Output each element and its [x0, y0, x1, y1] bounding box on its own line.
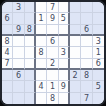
- given-digit: 9: [16, 26, 21, 34]
- cell-r3c7[interactable]: [70, 25, 81, 36]
- cell-r4c7[interactable]: [70, 36, 81, 47]
- given-digit: 7: [84, 95, 89, 103]
- cell-r7c1[interactable]: [2, 70, 13, 81]
- given-digit: 6: [84, 26, 89, 34]
- sudoku-grid: 3761959868634831726628419587: [2, 2, 104, 104]
- given-digit: 7: [50, 4, 55, 12]
- cell-r1c4[interactable]: [36, 2, 47, 13]
- cell-r1c7[interactable]: [70, 2, 81, 13]
- cell-r9c7[interactable]: [70, 93, 81, 104]
- given-digit: 2: [50, 60, 55, 68]
- cell-r6c1[interactable]: 7: [2, 59, 13, 70]
- cell-r8c5[interactable]: 1: [47, 81, 58, 92]
- cell-r4c4[interactable]: [36, 36, 47, 47]
- cell-r4c1[interactable]: 8: [2, 36, 13, 47]
- cell-r8c1[interactable]: [2, 81, 13, 92]
- cell-r6c6[interactable]: [59, 59, 70, 70]
- cell-r7c9[interactable]: [93, 70, 104, 81]
- cell-r7c4[interactable]: [36, 70, 47, 81]
- cell-r7c2[interactable]: 6: [13, 70, 24, 81]
- given-digit: 3: [96, 38, 101, 46]
- cell-r9c9[interactable]: [93, 93, 104, 104]
- cell-r4c9[interactable]: 3: [93, 36, 104, 47]
- given-digit: 6: [5, 15, 10, 23]
- cell-r8c4[interactable]: 4: [36, 81, 47, 92]
- cell-r3c1[interactable]: [2, 25, 13, 36]
- cell-r2c7[interactable]: [70, 13, 81, 24]
- cell-r6c8[interactable]: [81, 59, 92, 70]
- cell-r7c6[interactable]: [59, 70, 70, 81]
- cell-r3c2[interactable]: 9: [13, 25, 24, 36]
- cell-r2c5[interactable]: 9: [47, 13, 58, 24]
- cell-r2c3[interactable]: [25, 13, 36, 24]
- cell-r1c6[interactable]: [59, 2, 70, 13]
- cell-r6c2[interactable]: [13, 59, 24, 70]
- given-digit: 8: [27, 26, 32, 34]
- cell-r6c5[interactable]: 2: [47, 59, 58, 70]
- cell-r2c8[interactable]: [81, 13, 92, 24]
- cell-r1c5[interactable]: 7: [47, 2, 58, 13]
- cell-r5c4[interactable]: 8: [36, 47, 47, 58]
- cell-r6c9[interactable]: 6: [93, 59, 104, 70]
- cell-r4c5[interactable]: 6: [47, 36, 58, 47]
- cell-r3c4[interactable]: [36, 25, 47, 36]
- cell-r5c5[interactable]: [47, 47, 58, 58]
- given-digit: 4: [39, 83, 44, 91]
- cell-r5c9[interactable]: 1: [93, 47, 104, 58]
- cell-r9c1[interactable]: [2, 93, 13, 104]
- cell-r9c5[interactable]: 8: [47, 93, 58, 104]
- cell-r1c1[interactable]: [2, 2, 13, 13]
- given-digit: 6: [16, 72, 21, 80]
- cell-r4c8[interactable]: [81, 36, 92, 47]
- given-digit: 3: [16, 4, 21, 12]
- given-digit: 5: [96, 83, 101, 91]
- cell-r8c3[interactable]: [25, 81, 36, 92]
- cell-r3c9[interactable]: [93, 25, 104, 36]
- given-digit: 4: [5, 49, 10, 57]
- cell-r5c8[interactable]: [81, 47, 92, 58]
- cell-r1c3[interactable]: [25, 2, 36, 13]
- given-digit: 8: [50, 95, 55, 103]
- given-digit: 1: [96, 49, 101, 57]
- cell-r6c4[interactable]: [36, 59, 47, 70]
- given-digit: 5: [61, 15, 66, 23]
- cell-r3c5[interactable]: [47, 25, 58, 36]
- given-digit: 3: [61, 49, 66, 57]
- cell-r3c6[interactable]: [59, 25, 70, 36]
- given-digit: 6: [96, 60, 101, 68]
- cell-r5c2[interactable]: [13, 47, 24, 58]
- given-digit: 9: [61, 83, 66, 91]
- given-digit: 7: [5, 60, 10, 68]
- given-digit: 2: [73, 72, 78, 80]
- cell-r6c7[interactable]: [70, 59, 81, 70]
- cell-r1c2[interactable]: 3: [13, 2, 24, 13]
- cell-r7c8[interactable]: 8: [81, 70, 92, 81]
- sudoku-board: 3761959868634831726628419587: [0, 0, 106, 106]
- cell-r5c7[interactable]: [70, 47, 81, 58]
- cell-r5c3[interactable]: [25, 47, 36, 58]
- cell-r8c2[interactable]: [13, 81, 24, 92]
- cell-r9c2[interactable]: [13, 93, 24, 104]
- cell-r9c4[interactable]: [36, 93, 47, 104]
- cell-r8c9[interactable]: 5: [93, 81, 104, 92]
- given-digit: 8: [84, 72, 89, 80]
- cell-r5c1[interactable]: 4: [2, 47, 13, 58]
- given-digit: 8: [5, 38, 10, 46]
- cell-r4c3[interactable]: [25, 36, 36, 47]
- cell-r9c8[interactable]: 7: [81, 93, 92, 104]
- cell-r2c4[interactable]: 1: [36, 13, 47, 24]
- cell-r3c8[interactable]: 6: [81, 25, 92, 36]
- cell-r4c6[interactable]: [59, 36, 70, 47]
- cell-r2c9[interactable]: [93, 13, 104, 24]
- cell-r9c3[interactable]: [25, 93, 36, 104]
- sudoku-app-window: 3761959868634831726628419587: [0, 0, 106, 106]
- cell-r6c3[interactable]: [25, 59, 36, 70]
- cell-r2c1[interactable]: 6: [2, 13, 13, 24]
- cell-r2c6[interactable]: 5: [59, 13, 70, 24]
- cell-r3c3[interactable]: 8: [25, 25, 36, 36]
- cell-r1c9[interactable]: [93, 2, 104, 13]
- cell-r7c7[interactable]: 2: [70, 70, 81, 81]
- cell-r4c2[interactable]: [13, 36, 24, 47]
- cell-r9c6[interactable]: [59, 93, 70, 104]
- given-digit: 1: [50, 83, 55, 91]
- cell-r1c8[interactable]: [81, 2, 92, 13]
- given-digit: 1: [39, 15, 44, 23]
- cell-r7c5[interactable]: [47, 70, 58, 81]
- cell-r8c6[interactable]: 9: [59, 81, 70, 92]
- cell-r5c6[interactable]: 3: [59, 47, 70, 58]
- given-digit: 9: [50, 15, 55, 23]
- given-digit: 6: [50, 38, 55, 46]
- cell-r2c2[interactable]: [13, 13, 24, 24]
- cell-r8c7[interactable]: [70, 81, 81, 92]
- cell-r7c3[interactable]: [25, 70, 36, 81]
- cell-r8c8[interactable]: [81, 81, 92, 92]
- given-digit: 8: [39, 49, 44, 57]
